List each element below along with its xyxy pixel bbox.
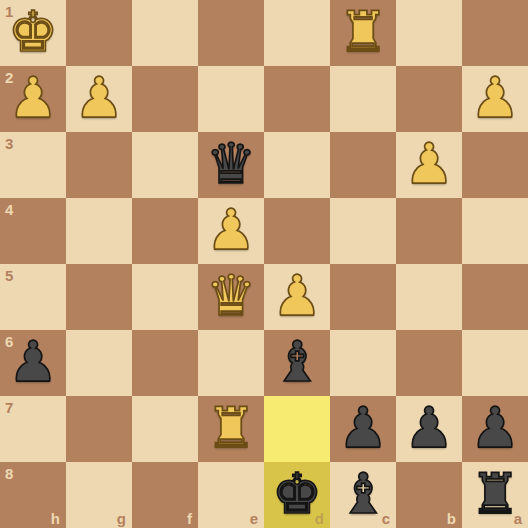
white-queen[interactable]: ♛ <box>206 268 256 324</box>
square-f2[interactable] <box>132 66 198 132</box>
square-c2[interactable] <box>330 66 396 132</box>
rank-label-3: 3 <box>5 135 13 152</box>
square-h5[interactable]: 5 <box>0 264 66 330</box>
square-b1[interactable] <box>396 0 462 66</box>
square-d7[interactable] <box>264 396 330 462</box>
file-label-f: f <box>187 510 192 527</box>
square-d8[interactable]: d♚ <box>264 462 330 528</box>
file-label-h: h <box>51 510 60 527</box>
square-g1[interactable] <box>66 0 132 66</box>
square-b4[interactable] <box>396 198 462 264</box>
black-rook[interactable]: ♜ <box>470 466 520 522</box>
square-e3[interactable]: ♛ <box>198 132 264 198</box>
white-rook[interactable]: ♜ <box>206 400 256 456</box>
square-a1[interactable] <box>462 0 528 66</box>
white-pawn[interactable]: ♟ <box>8 70 58 126</box>
square-e2[interactable] <box>198 66 264 132</box>
square-c3[interactable] <box>330 132 396 198</box>
square-e7[interactable]: ♜ <box>198 396 264 462</box>
file-label-e: e <box>250 510 258 527</box>
square-c8[interactable]: c♝ <box>330 462 396 528</box>
square-a2[interactable]: ♟ <box>462 66 528 132</box>
square-c4[interactable] <box>330 198 396 264</box>
square-g8[interactable]: g <box>66 462 132 528</box>
square-d2[interactable] <box>264 66 330 132</box>
square-f3[interactable] <box>132 132 198 198</box>
file-label-g: g <box>117 510 126 527</box>
white-rook[interactable]: ♜ <box>338 4 388 60</box>
white-pawn[interactable]: ♟ <box>74 70 124 126</box>
square-h3[interactable]: 3 <box>0 132 66 198</box>
black-bishop[interactable]: ♝ <box>272 334 322 390</box>
rank-label-8: 8 <box>5 465 13 482</box>
square-a6[interactable] <box>462 330 528 396</box>
square-b8[interactable]: b <box>396 462 462 528</box>
black-pawn[interactable]: ♟ <box>470 400 520 456</box>
rank-label-5: 5 <box>5 267 13 284</box>
square-g7[interactable] <box>66 396 132 462</box>
rank-label-7: 7 <box>5 399 13 416</box>
square-f6[interactable] <box>132 330 198 396</box>
black-pawn[interactable]: ♟ <box>338 400 388 456</box>
black-queen[interactable]: ♛ <box>206 136 256 192</box>
white-king[interactable]: ♚ <box>8 4 58 60</box>
square-g5[interactable] <box>66 264 132 330</box>
file-label-b: b <box>447 510 456 527</box>
square-h2[interactable]: 2♟ <box>0 66 66 132</box>
square-b5[interactable] <box>396 264 462 330</box>
square-a4[interactable] <box>462 198 528 264</box>
square-h1[interactable]: 1♚ <box>0 0 66 66</box>
square-f5[interactable] <box>132 264 198 330</box>
black-pawn[interactable]: ♟ <box>404 400 454 456</box>
square-c7[interactable]: ♟ <box>330 396 396 462</box>
square-h4[interactable]: 4 <box>0 198 66 264</box>
square-e8[interactable]: e <box>198 462 264 528</box>
square-f1[interactable] <box>132 0 198 66</box>
black-pawn[interactable]: ♟ <box>8 334 58 390</box>
square-d4[interactable] <box>264 198 330 264</box>
square-g3[interactable] <box>66 132 132 198</box>
square-a8[interactable]: a♜ <box>462 462 528 528</box>
square-g6[interactable] <box>66 330 132 396</box>
square-d1[interactable] <box>264 0 330 66</box>
square-f7[interactable] <box>132 396 198 462</box>
square-g2[interactable]: ♟ <box>66 66 132 132</box>
square-e4[interactable]: ♟ <box>198 198 264 264</box>
square-f4[interactable] <box>132 198 198 264</box>
square-d3[interactable] <box>264 132 330 198</box>
square-c5[interactable] <box>330 264 396 330</box>
square-b2[interactable] <box>396 66 462 132</box>
white-pawn[interactable]: ♟ <box>404 136 454 192</box>
white-pawn[interactable]: ♟ <box>272 268 322 324</box>
square-b7[interactable]: ♟ <box>396 396 462 462</box>
white-pawn[interactable]: ♟ <box>470 70 520 126</box>
square-h8[interactable]: 8h <box>0 462 66 528</box>
square-d6[interactable]: ♝ <box>264 330 330 396</box>
square-f8[interactable]: f <box>132 462 198 528</box>
black-bishop[interactable]: ♝ <box>338 466 388 522</box>
square-d5[interactable]: ♟ <box>264 264 330 330</box>
square-a7[interactable]: ♟ <box>462 396 528 462</box>
square-a5[interactable] <box>462 264 528 330</box>
square-b6[interactable] <box>396 330 462 396</box>
square-c1[interactable]: ♜ <box>330 0 396 66</box>
rank-label-4: 4 <box>5 201 13 218</box>
square-g4[interactable] <box>66 198 132 264</box>
square-a3[interactable] <box>462 132 528 198</box>
square-e6[interactable] <box>198 330 264 396</box>
square-e5[interactable]: ♛ <box>198 264 264 330</box>
white-pawn[interactable]: ♟ <box>206 202 256 258</box>
square-h6[interactable]: 6♟ <box>0 330 66 396</box>
black-king[interactable]: ♚ <box>272 466 322 522</box>
square-b3[interactable]: ♟ <box>396 132 462 198</box>
chess-board: 1♚♜2♟♟♟3♛♟4♟5♛♟6♟♝7♜♟♟♟8hgfed♚c♝ba♜ <box>0 0 528 528</box>
square-e1[interactable] <box>198 0 264 66</box>
square-c6[interactable] <box>330 330 396 396</box>
square-h7[interactable]: 7 <box>0 396 66 462</box>
